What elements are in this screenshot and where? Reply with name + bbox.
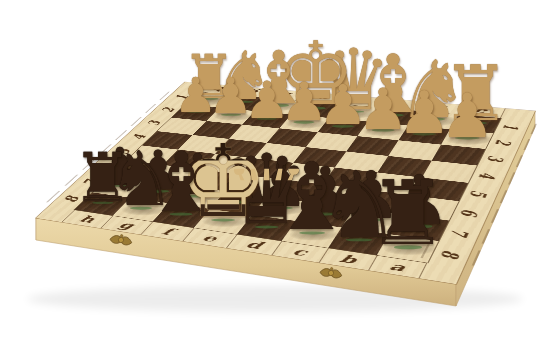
chess-set-photo: hhggffeeddccbbaa1122334455667788 ♜♞♝♛♚♝♞… — [0, 0, 560, 345]
white-pawn-h2[interactable]: ♟ — [174, 70, 217, 118]
black-rook-h8[interactable]: ♜ — [72, 144, 133, 212]
pieces-layer: ♜♞♝♛♚♝♞♜♟♟♟♟♟♟♟♟♟♟♟♟♟♟♟♟♜♞♝♛♛♚♚♚♝♞♜ — [0, 0, 560, 345]
